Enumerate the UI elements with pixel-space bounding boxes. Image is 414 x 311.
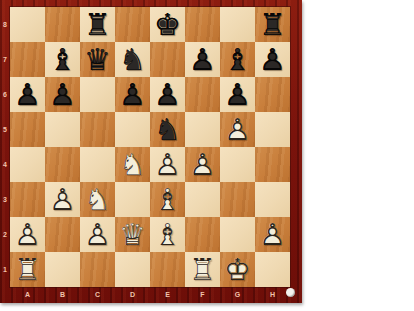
square-c3[interactable]: ♞♘ (80, 182, 115, 217)
rank-label-1: 1 (0, 252, 10, 287)
file-label-f: F (185, 288, 220, 302)
black-pawn-piece[interactable]: ♟♙ (45, 77, 80, 112)
file-label-a: A (10, 288, 45, 302)
square-d8[interactable] (115, 7, 150, 42)
square-d3[interactable] (115, 182, 150, 217)
square-d6[interactable]: ♟♙ (115, 77, 150, 112)
square-f1[interactable]: ♜♖ (185, 252, 220, 287)
square-a6[interactable]: ♟♙ (10, 77, 45, 112)
square-c8[interactable]: ♜♖ (80, 7, 115, 42)
black-pawn-piece[interactable]: ♟♙ (255, 42, 290, 77)
rank-label-3: 3 (0, 182, 10, 217)
square-a7[interactable] (10, 42, 45, 77)
square-e6[interactable]: ♟♙ (150, 77, 185, 112)
square-e3[interactable]: ♝♗ (150, 182, 185, 217)
square-h3[interactable] (255, 182, 290, 217)
square-f8[interactable] (185, 7, 220, 42)
rank-label-2: 2 (0, 217, 10, 252)
square-h2[interactable]: ♟♙ (255, 217, 290, 252)
black-pawn-piece[interactable]: ♟♙ (150, 77, 185, 112)
black-pawn-piece[interactable]: ♟♙ (10, 77, 45, 112)
chess-board: ♜♖♚♔♜♖♝♗♛♕♞♘♟♙♝♗♟♙♟♙♟♙♟♙♟♙♟♙♞♘♟♙♞♘♟♙♟♙♟♙… (0, 0, 302, 303)
square-b4[interactable] (45, 147, 80, 182)
square-a4[interactable] (10, 147, 45, 182)
file-label-c: C (80, 288, 115, 302)
square-a3[interactable] (10, 182, 45, 217)
square-a8[interactable] (10, 7, 45, 42)
white-bishop-piece[interactable]: ♝♗ (150, 217, 185, 252)
square-b6[interactable]: ♟♙ (45, 77, 80, 112)
black-bishop-piece[interactable]: ♝♗ (45, 42, 80, 77)
white-rook-piece[interactable]: ♜♖ (10, 252, 45, 287)
black-rook-piece[interactable]: ♜♖ (80, 7, 115, 42)
square-c6[interactable] (80, 77, 115, 112)
white-pawn-piece[interactable]: ♟♙ (10, 217, 45, 252)
square-f6[interactable] (185, 77, 220, 112)
square-g3[interactable] (220, 182, 255, 217)
rank-label-5: 5 (0, 112, 10, 147)
square-h7[interactable]: ♟♙ (255, 42, 290, 77)
rank-label-6: 6 (0, 77, 10, 112)
square-h6[interactable] (255, 77, 290, 112)
rank-label-8: 8 (0, 7, 10, 42)
square-b1[interactable] (45, 252, 80, 287)
square-e2[interactable]: ♝♗ (150, 217, 185, 252)
square-d5[interactable] (115, 112, 150, 147)
square-c4[interactable] (80, 147, 115, 182)
square-d4[interactable]: ♞♘ (115, 147, 150, 182)
file-label-b: B (45, 288, 80, 302)
square-e1[interactable] (150, 252, 185, 287)
black-knight-piece[interactable]: ♞♘ (150, 112, 185, 147)
file-label-d: D (115, 288, 150, 302)
file-label-h: H (255, 288, 290, 302)
square-g8[interactable] (220, 7, 255, 42)
white-pawn-piece[interactable]: ♟♙ (45, 182, 80, 217)
black-rook-piece[interactable]: ♜♖ (255, 7, 290, 42)
square-e4[interactable]: ♟♙ (150, 147, 185, 182)
white-king-piece[interactable]: ♚♔ (220, 252, 255, 287)
square-e5[interactable]: ♞♘ (150, 112, 185, 147)
square-e7[interactable] (150, 42, 185, 77)
square-c5[interactable] (80, 112, 115, 147)
white-queen-piece[interactable]: ♛♕ (115, 217, 150, 252)
square-e8[interactable]: ♚♔ (150, 7, 185, 42)
square-c2[interactable]: ♟♙ (80, 217, 115, 252)
square-h4[interactable] (255, 147, 290, 182)
white-knight-piece[interactable]: ♞♘ (80, 182, 115, 217)
black-pawn-piece[interactable]: ♟♙ (115, 77, 150, 112)
rank-label-4: 4 (0, 147, 10, 182)
white-pawn-piece[interactable]: ♟♙ (220, 112, 255, 147)
square-b8[interactable] (45, 7, 80, 42)
square-f7[interactable]: ♟♙ (185, 42, 220, 77)
white-bishop-piece[interactable]: ♝♗ (150, 182, 185, 217)
square-f5[interactable] (185, 112, 220, 147)
white-pawn-piece[interactable]: ♟♙ (255, 217, 290, 252)
black-queen-piece[interactable]: ♛♕ (80, 42, 115, 77)
square-g4[interactable] (220, 147, 255, 182)
square-h5[interactable] (255, 112, 290, 147)
black-king-piece[interactable]: ♚♔ (150, 7, 185, 42)
square-b3[interactable]: ♟♙ (45, 182, 80, 217)
white-to-move-indicator (286, 288, 295, 297)
square-c7[interactable]: ♛♕ (80, 42, 115, 77)
black-knight-piece[interactable]: ♞♘ (115, 42, 150, 77)
file-label-e: E (150, 288, 185, 302)
rank-label-7: 7 (0, 42, 10, 77)
square-a5[interactable] (10, 112, 45, 147)
square-d1[interactable] (115, 252, 150, 287)
black-pawn-piece[interactable]: ♟♙ (220, 77, 255, 112)
square-g7[interactable]: ♝♗ (220, 42, 255, 77)
square-h8[interactable]: ♜♖ (255, 7, 290, 42)
white-pawn-piece[interactable]: ♟♙ (150, 147, 185, 182)
white-knight-piece[interactable]: ♞♘ (115, 147, 150, 182)
white-rook-piece[interactable]: ♜♖ (185, 252, 220, 287)
square-f2[interactable] (185, 217, 220, 252)
square-g2[interactable] (220, 217, 255, 252)
square-g5[interactable]: ♟♙ (220, 112, 255, 147)
square-a1[interactable]: ♜♖ (10, 252, 45, 287)
square-c1[interactable] (80, 252, 115, 287)
black-bishop-piece[interactable]: ♝♗ (220, 42, 255, 77)
square-b2[interactable] (45, 217, 80, 252)
square-b7[interactable]: ♝♗ (45, 42, 80, 77)
board-grid: ♜♖♚♔♜♖♝♗♛♕♞♘♟♙♝♗♟♙♟♙♟♙♟♙♟♙♟♙♞♘♟♙♞♘♟♙♟♙♟♙… (10, 7, 290, 287)
white-pawn-piece[interactable]: ♟♙ (80, 217, 115, 252)
square-h1[interactable] (255, 252, 290, 287)
square-d2[interactable]: ♛♕ (115, 217, 150, 252)
square-f3[interactable] (185, 182, 220, 217)
square-b5[interactable] (45, 112, 80, 147)
square-g1[interactable]: ♚♔ (220, 252, 255, 287)
white-pawn-piece[interactable]: ♟♙ (185, 147, 220, 182)
square-d7[interactable]: ♞♘ (115, 42, 150, 77)
black-pawn-piece[interactable]: ♟♙ (185, 42, 220, 77)
square-g6[interactable]: ♟♙ (220, 77, 255, 112)
square-a2[interactable]: ♟♙ (10, 217, 45, 252)
file-label-g: G (220, 288, 255, 302)
square-f4[interactable]: ♟♙ (185, 147, 220, 182)
